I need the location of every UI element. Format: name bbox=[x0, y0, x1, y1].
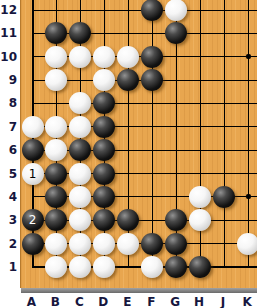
stone-black-B3[interactable] bbox=[45, 209, 67, 231]
stone-white-D2[interactable] bbox=[93, 233, 115, 255]
row-label-7: 7 bbox=[0, 120, 17, 134]
stone-black-G3[interactable] bbox=[165, 209, 187, 231]
stone-white-C1[interactable] bbox=[69, 256, 91, 278]
stone-black-D5[interactable] bbox=[93, 163, 115, 185]
stone-white-E10[interactable] bbox=[117, 46, 139, 68]
stone-black-E9[interactable] bbox=[117, 69, 139, 91]
board-edge-shadow bbox=[21, 288, 257, 293]
stone-black-E3[interactable] bbox=[117, 209, 139, 231]
col-label-J: J bbox=[214, 295, 232, 308]
col-label-K: K bbox=[238, 295, 256, 308]
stone-black-F12[interactable] bbox=[141, 0, 163, 21]
row-label-11: 11 bbox=[0, 26, 17, 40]
stone-black-D7[interactable] bbox=[93, 116, 115, 138]
stone-white-C8[interactable] bbox=[69, 92, 91, 114]
row-label-4: 4 bbox=[0, 190, 17, 204]
row-label-8: 8 bbox=[0, 96, 17, 110]
col-label-F: F bbox=[142, 295, 160, 308]
stone-white-H4[interactable] bbox=[189, 186, 211, 208]
row-label-9: 9 bbox=[0, 73, 17, 87]
grid-line-vertical-K bbox=[248, 0, 249, 268]
stone-white-B6[interactable] bbox=[45, 139, 67, 161]
stone-black-A3[interactable]: 2 bbox=[22, 209, 44, 231]
stone-white-C10[interactable] bbox=[69, 46, 91, 68]
stone-white-B7[interactable] bbox=[45, 116, 67, 138]
stone-white-F1[interactable] bbox=[141, 256, 163, 278]
stone-black-A6[interactable] bbox=[22, 139, 44, 161]
stone-white-B10[interactable] bbox=[45, 46, 67, 68]
go-app-window: 12 121110987654321 ABCDEFGHJK bbox=[0, 0, 257, 308]
stone-white-E2[interactable] bbox=[117, 233, 139, 255]
col-label-D: D bbox=[94, 295, 112, 308]
star-point-K4 bbox=[246, 194, 251, 199]
move-number-2: 2 bbox=[29, 214, 37, 226]
stone-black-G11[interactable] bbox=[165, 22, 187, 44]
stone-white-C3[interactable] bbox=[69, 209, 91, 231]
row-label-12: 12 bbox=[0, 3, 17, 17]
stone-white-H3[interactable] bbox=[189, 209, 211, 231]
stone-white-D1[interactable] bbox=[93, 256, 115, 278]
col-label-B: B bbox=[46, 295, 64, 308]
stone-black-F2[interactable] bbox=[141, 233, 163, 255]
stone-black-H1[interactable] bbox=[189, 256, 211, 278]
stone-black-B4[interactable] bbox=[45, 186, 67, 208]
stone-white-A7[interactable] bbox=[22, 116, 44, 138]
stone-white-C7[interactable] bbox=[69, 116, 91, 138]
stone-black-A2[interactable] bbox=[22, 233, 44, 255]
stone-white-K2[interactable] bbox=[237, 233, 257, 255]
grid-line-horizontal-8 bbox=[32, 103, 258, 104]
col-label-H: H bbox=[190, 295, 208, 308]
stone-black-C11[interactable] bbox=[69, 22, 91, 44]
row-label-2: 2 bbox=[0, 237, 17, 251]
stone-black-B11[interactable] bbox=[45, 22, 67, 44]
stone-white-B9[interactable] bbox=[45, 69, 67, 91]
col-label-E: E bbox=[118, 295, 136, 308]
stone-white-C2[interactable] bbox=[69, 233, 91, 255]
stone-white-B2[interactable] bbox=[45, 233, 67, 255]
stone-white-B1[interactable] bbox=[45, 256, 67, 278]
stone-black-G1[interactable] bbox=[165, 256, 187, 278]
row-label-10: 10 bbox=[0, 50, 17, 64]
stone-black-D8[interactable] bbox=[93, 92, 115, 114]
grid-line-vertical-J bbox=[224, 0, 225, 268]
col-label-C: C bbox=[70, 295, 88, 308]
stone-black-C6[interactable] bbox=[69, 139, 91, 161]
move-number-1: 1 bbox=[29, 168, 37, 180]
go-board[interactable]: 12 bbox=[20, 0, 257, 288]
row-label-3: 3 bbox=[0, 213, 17, 227]
col-label-A: A bbox=[23, 295, 41, 308]
stone-white-A5[interactable]: 1 bbox=[22, 163, 44, 185]
star-point-K10 bbox=[246, 54, 251, 59]
stone-black-F9[interactable] bbox=[141, 69, 163, 91]
stone-black-G2[interactable] bbox=[165, 233, 187, 255]
col-label-G: G bbox=[166, 295, 184, 308]
stone-white-D10[interactable] bbox=[93, 46, 115, 68]
stone-black-F10[interactable] bbox=[141, 46, 163, 68]
stone-white-C4[interactable] bbox=[69, 186, 91, 208]
stone-white-C5[interactable] bbox=[69, 163, 91, 185]
stone-black-B5[interactable] bbox=[45, 163, 67, 185]
row-label-6: 6 bbox=[0, 143, 17, 157]
row-label-1: 1 bbox=[0, 260, 17, 274]
grid-line-vertical-F bbox=[152, 0, 153, 268]
row-label-5: 5 bbox=[0, 167, 17, 181]
stone-black-D4[interactable] bbox=[93, 186, 115, 208]
stone-black-D3[interactable] bbox=[93, 209, 115, 231]
stone-black-D6[interactable] bbox=[93, 139, 115, 161]
stone-white-G12[interactable] bbox=[165, 0, 187, 21]
stone-white-D9[interactable] bbox=[93, 69, 115, 91]
stone-black-J4[interactable] bbox=[213, 186, 235, 208]
